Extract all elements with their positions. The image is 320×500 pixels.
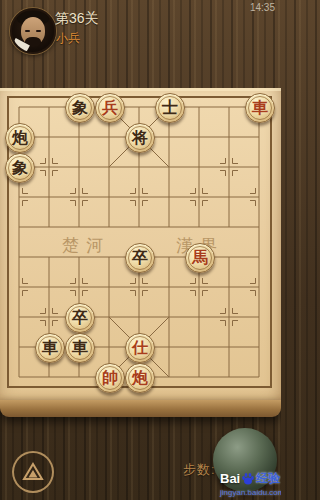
piece-ring: [98, 366, 122, 390]
watermark-jingyan-text: 经验: [256, 470, 280, 487]
chevron-up-icon: [21, 461, 45, 483]
piece-black[interactable]: 将: [125, 123, 155, 153]
piece-red[interactable]: 帥: [95, 363, 125, 393]
board-bottom-edge: [0, 400, 281, 417]
baidu-watermark: Bai 经验 jingyan.baidu.com: [220, 470, 281, 497]
piece-ring: [158, 96, 182, 120]
watermark-bai-text: Bai: [220, 471, 240, 486]
piece-ring: [8, 126, 32, 150]
piece-ring: [8, 156, 32, 180]
piece-ring: [68, 96, 92, 120]
piece-black[interactable]: 象: [5, 153, 35, 183]
piece-red[interactable]: 炮: [125, 363, 155, 393]
watermark-url: jingyan.baidu.com: [220, 488, 281, 497]
pieces-grid[interactable]: 象兵士車炮将象卒馬卒車車仕帥炮: [4, 92, 274, 392]
piece-ring: [128, 366, 152, 390]
avatar-eye-right: [36, 30, 41, 32]
piece-black[interactable]: 士: [155, 93, 185, 123]
piece-ring: [128, 126, 152, 150]
game-screen: 第36关 小兵 14:35 楚河 漢界 象兵士車炮将象卒馬卒車車仕帥炮 步数:0…: [0, 0, 281, 500]
piece-red[interactable]: 兵: [95, 93, 125, 123]
piece-ring: [128, 336, 152, 360]
baidu-paw-icon: [241, 472, 255, 486]
piece-ring: [128, 246, 152, 270]
piece-red[interactable]: 仕: [125, 333, 155, 363]
piece-black[interactable]: 車: [65, 333, 95, 363]
player-avatar[interactable]: [10, 8, 56, 54]
piece-ring: [68, 306, 92, 330]
piece-ring: [188, 246, 212, 270]
piece-black[interactable]: 炮: [5, 123, 35, 153]
piece-red[interactable]: 馬: [185, 243, 215, 273]
level-subtitle: 小兵: [56, 30, 80, 47]
piece-ring: [248, 96, 272, 120]
piece-ring: [68, 336, 92, 360]
status-clock: 14:35: [250, 2, 275, 13]
piece-black[interactable]: 卒: [65, 303, 95, 333]
piece-black[interactable]: 卒: [125, 243, 155, 273]
expand-menu-button[interactable]: [12, 451, 54, 493]
level-title: 第36关: [55, 10, 99, 28]
piece-red[interactable]: 車: [245, 93, 275, 123]
avatar-eye-left: [25, 30, 30, 32]
piece-black[interactable]: 象: [65, 93, 95, 123]
piece-black[interactable]: 車: [35, 333, 65, 363]
piece-ring: [38, 336, 62, 360]
piece-ring: [98, 96, 122, 120]
